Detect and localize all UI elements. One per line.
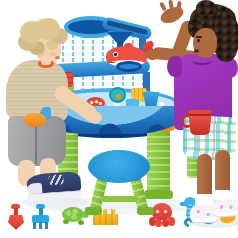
scoop-bowl	[24, 113, 46, 127]
tier-drain-ring	[116, 61, 142, 72]
girl-sleeve	[167, 56, 182, 77]
boy-mouth	[55, 56, 60, 59]
whale-eye	[113, 52, 118, 57]
girl-brow	[196, 36, 202, 38]
red-bucket	[186, 110, 212, 135]
gear-center	[116, 94, 121, 99]
octopus-eye	[164, 210, 167, 213]
shovel-blade	[8, 215, 24, 230]
octopus-tentacle	[155, 219, 162, 227]
stool-foot	[85, 207, 102, 215]
girl-finger	[168, 0, 174, 9]
red-sand-shovel	[8, 204, 24, 230]
shovel-shaft	[14, 208, 18, 216]
stool-seat	[88, 150, 150, 183]
boy-sneaker	[26, 171, 82, 202]
red-octopus-mold	[149, 203, 175, 227]
product-photo	[0, 0, 238, 238]
girl-mouth	[194, 49, 199, 53]
whale-pupil	[114, 53, 117, 56]
rake-teeth	[33, 222, 48, 229]
bucket-rim	[188, 110, 212, 116]
octopus-eye	[156, 210, 159, 213]
sneaker-laces	[48, 174, 64, 185]
octopus-head	[152, 203, 172, 220]
girl-hair-puff	[196, 0, 216, 16]
girl-face	[193, 28, 217, 58]
girl-sneaker	[211, 198, 238, 217]
blue-sand-rake	[32, 204, 49, 230]
stool-crossbar	[101, 196, 138, 202]
table-leg-foot	[144, 190, 173, 199]
boy-eye	[52, 46, 55, 49]
teal-gear-spinner	[109, 87, 126, 103]
shorts-seam	[35, 124, 37, 164]
boy-ear	[37, 48, 44, 57]
boy-hair	[20, 21, 44, 43]
table-leg-front-right	[147, 128, 170, 194]
turtle-shell	[62, 207, 84, 222]
girl-eye	[197, 39, 200, 42]
boy-necklace	[38, 59, 54, 68]
stool-foot	[137, 207, 154, 215]
whale-mouth	[107, 58, 116, 63]
orange-scoop-pour	[24, 110, 50, 128]
girl-finger	[159, 2, 167, 12]
